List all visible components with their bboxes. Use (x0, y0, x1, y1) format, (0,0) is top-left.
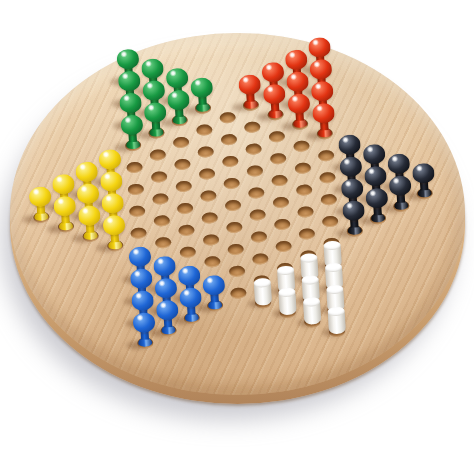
peg-green[interactable] (189, 77, 215, 112)
peg-ball-head (130, 268, 153, 289)
peg-black[interactable] (364, 187, 390, 222)
peg-white[interactable] (327, 306, 346, 334)
peg-yellow[interactable] (28, 186, 54, 221)
peg-white[interactable] (302, 297, 321, 325)
peg-yellow[interactable] (77, 205, 103, 240)
board-hole[interactable] (173, 136, 190, 148)
board-hole[interactable] (273, 196, 290, 208)
peg-white[interactable] (253, 278, 272, 306)
peg-ball-head (116, 48, 139, 69)
peg-ball-head (285, 49, 308, 70)
peg-ball-head (100, 171, 123, 192)
board-hole[interactable] (230, 287, 247, 299)
peg-ball-head (342, 200, 365, 221)
star-hole-grid (17, 49, 450, 362)
board-hole[interactable] (252, 252, 269, 264)
board-hole[interactable] (269, 130, 286, 142)
peg-black[interactable] (341, 200, 367, 235)
peg-black[interactable] (388, 175, 414, 210)
peg-ball-head (153, 256, 176, 277)
peg-ball-head (128, 246, 151, 267)
board-hole[interactable] (226, 221, 243, 233)
peg-ball-head (308, 37, 331, 58)
board-hole[interactable] (221, 133, 238, 145)
board-hole[interactable] (299, 228, 316, 240)
board-hole[interactable] (155, 236, 172, 248)
peg-ball-head (166, 68, 189, 89)
peg-ball-head (131, 290, 154, 311)
peg-ball-head (179, 287, 202, 308)
board-hole[interactable] (271, 174, 288, 186)
board-hole[interactable] (149, 149, 166, 161)
peg-ball-head (178, 265, 201, 286)
peg-red[interactable] (286, 93, 312, 128)
peg-red[interactable] (262, 84, 288, 119)
board-hole[interactable] (222, 155, 239, 167)
peg-ball-head (101, 193, 124, 214)
peg-ball-head (412, 163, 435, 184)
board-hole[interactable] (152, 192, 169, 204)
board-hole[interactable] (319, 171, 336, 183)
peg-ball-head (144, 102, 167, 123)
board-hole[interactable] (128, 183, 145, 195)
board-hole[interactable] (321, 193, 338, 205)
board-hole[interactable] (203, 233, 220, 245)
peg-ball-head (52, 174, 75, 195)
peg-green[interactable] (166, 89, 192, 124)
peg-ball-head (156, 300, 179, 321)
peg-yellow[interactable] (101, 215, 127, 250)
board-hole[interactable] (274, 218, 291, 230)
board-hole[interactable] (229, 265, 246, 277)
peg-ball-head (142, 80, 165, 101)
board-hole[interactable] (247, 165, 264, 177)
board-hole[interactable] (297, 206, 314, 218)
board-hole[interactable] (245, 143, 262, 155)
scene (0, 0, 474, 474)
peg-black[interactable] (411, 163, 437, 198)
peg-ball-head (338, 134, 361, 155)
peg-ball-head (78, 205, 101, 226)
board-hole[interactable] (199, 168, 216, 180)
peg-green[interactable] (143, 102, 169, 137)
peg-ball-head (29, 186, 52, 207)
peg-red[interactable] (237, 74, 263, 109)
board-hole[interactable] (201, 211, 218, 223)
peg-ball-head (339, 156, 362, 177)
board-hole[interactable] (322, 215, 339, 227)
peg-ball-head (53, 196, 76, 217)
peg-ball-head (154, 278, 177, 299)
board-hole[interactable] (295, 162, 312, 174)
board-hole[interactable] (151, 170, 168, 182)
peg-ball-head (238, 74, 261, 95)
board-hole[interactable] (177, 202, 194, 214)
board-hole[interactable] (249, 209, 266, 221)
board-hole[interactable] (129, 205, 146, 217)
peg-green[interactable] (119, 114, 145, 149)
peg-ball-head (167, 89, 190, 110)
peg-ball-head (119, 92, 142, 113)
peg-ball-head (341, 178, 364, 199)
peg-ball-head (263, 84, 286, 105)
peg-ball-head (190, 77, 213, 98)
peg-ball-head (312, 103, 335, 124)
board-hole[interactable] (275, 240, 292, 252)
board-hole[interactable] (296, 184, 313, 196)
board-hole[interactable] (219, 111, 236, 123)
board-hole[interactable] (174, 158, 191, 170)
peg-ball-head (98, 149, 121, 170)
peg-ball-head (389, 175, 412, 196)
peg-ball-head (76, 183, 99, 204)
board-hole[interactable] (318, 149, 335, 161)
board-hole[interactable] (204, 255, 221, 267)
board-hole[interactable] (225, 199, 242, 211)
peg-yellow[interactable] (52, 196, 78, 231)
peg-ball-head (364, 166, 387, 187)
peg-ball-head (261, 62, 284, 83)
board-hole[interactable] (270, 152, 287, 164)
board-hole[interactable] (293, 140, 310, 152)
board-hole[interactable] (196, 124, 213, 136)
peg-ball-head (141, 58, 164, 79)
board-hole[interactable] (244, 121, 261, 133)
board-hole[interactable] (223, 177, 240, 189)
board-hole[interactable] (197, 146, 214, 158)
peg-ball-head (118, 70, 141, 91)
board-hole[interactable] (248, 187, 265, 199)
board-hole[interactable] (126, 161, 143, 173)
board-hole[interactable] (179, 246, 196, 258)
board-hole[interactable] (227, 243, 244, 255)
board-hole[interactable] (178, 224, 195, 236)
peg-blue[interactable] (131, 312, 157, 347)
board-hole[interactable] (251, 230, 268, 242)
peg-ball-head (287, 93, 310, 114)
peg-ball-head (365, 188, 388, 209)
peg-ball-head (120, 114, 143, 135)
peg-ball-head (75, 161, 98, 182)
peg-ball-head (102, 215, 125, 236)
peg-ball-head (202, 275, 225, 296)
peg-blue[interactable] (155, 299, 181, 334)
board-hole[interactable] (175, 180, 192, 192)
board-hole[interactable] (153, 214, 170, 226)
peg-red[interactable] (311, 103, 337, 138)
peg-ball-head (387, 153, 410, 174)
peg-ball-head (363, 144, 386, 165)
peg-ball-head (132, 312, 155, 333)
peg-white[interactable] (278, 287, 297, 315)
board-hole[interactable] (200, 190, 217, 202)
peg-blue[interactable] (178, 287, 204, 322)
peg-ball-head (311, 81, 334, 102)
peg-blue[interactable] (201, 275, 227, 310)
board-hole[interactable] (130, 227, 147, 239)
peg-ball-head (286, 71, 309, 92)
peg-ball-head (309, 59, 332, 80)
